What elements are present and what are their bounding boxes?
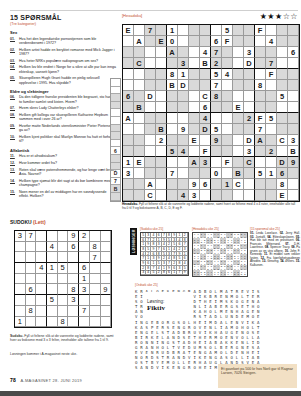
grid-cell[interactable] (288, 190, 299, 201)
grid-cell[interactable] (222, 80, 233, 91)
grid-cell[interactable]: A (167, 47, 178, 58)
grid-cell[interactable]: 3 (15, 231, 26, 242)
grid-cell[interactable] (266, 135, 277, 146)
grid-cell[interactable]: 4 (178, 190, 189, 201)
grid-cell[interactable]: D (244, 135, 255, 146)
grid-cell[interactable] (145, 47, 156, 58)
grid-cell[interactable] (266, 102, 277, 113)
grid-cell[interactable]: C (244, 157, 255, 168)
grid-cell[interactable] (68, 306, 79, 317)
grid-cell[interactable] (58, 231, 69, 242)
grid-cell[interactable] (79, 252, 90, 263)
grid-cell[interactable] (123, 58, 134, 69)
grid-cell[interactable]: F (255, 113, 266, 124)
grid-cell[interactable] (123, 69, 134, 80)
grid-cell[interactable] (156, 146, 167, 157)
grid-cell[interactable] (244, 36, 255, 47)
grid-cell[interactable] (244, 80, 255, 91)
grid-cell[interactable] (277, 80, 288, 91)
grid-cell[interactable] (211, 179, 222, 190)
grid-cell[interactable] (68, 263, 79, 274)
grid-cell[interactable] (145, 135, 156, 146)
grid-cell[interactable]: 6 (68, 242, 79, 253)
grid-cell[interactable] (189, 25, 200, 36)
grid-cell[interactable]: 7 (255, 124, 266, 135)
grid-cell[interactable] (211, 157, 222, 168)
grid-cell[interactable]: 9 (211, 135, 222, 146)
grid-cell[interactable] (36, 242, 47, 253)
grid-cell[interactable] (134, 124, 145, 135)
grid-cell[interactable]: B (200, 58, 211, 69)
grid-cell[interactable]: C (200, 91, 211, 102)
grid-cell[interactable] (167, 157, 178, 168)
grid-cell[interactable] (123, 36, 134, 47)
grid-cell[interactable]: 4 (200, 113, 211, 124)
grid-cell[interactable]: 8 (211, 91, 222, 102)
grid-cell[interactable] (134, 91, 145, 102)
grid-cell[interactable]: 8 (167, 69, 178, 80)
grid-cell[interactable]: 7 (79, 306, 90, 317)
grid-cell[interactable] (134, 168, 145, 179)
grid-cell[interactable] (47, 284, 58, 295)
grid-cell[interactable]: 5 (222, 25, 233, 36)
grid-cell[interactable]: B (288, 146, 299, 157)
grid-cell[interactable]: 3 (200, 157, 211, 168)
grid-cell[interactable]: C (134, 58, 145, 69)
grid-cell[interactable] (134, 69, 145, 80)
grid-cell[interactable] (233, 135, 244, 146)
grid-cell[interactable] (36, 284, 47, 295)
grid-cell[interactable] (288, 69, 299, 80)
grid-cell[interactable] (222, 91, 233, 102)
grid-cell[interactable] (189, 146, 200, 157)
grid-cell[interactable]: E (156, 36, 167, 47)
grid-cell[interactable]: 8 (90, 242, 101, 253)
grid-cell[interactable] (189, 113, 200, 124)
grid-cell[interactable]: 9 (101, 284, 112, 295)
grid-cell[interactable] (277, 124, 288, 135)
grid-cell[interactable]: 1 (79, 274, 90, 285)
grid-cell[interactable] (134, 80, 145, 91)
grid-cell[interactable] (178, 102, 189, 113)
grid-cell[interactable] (68, 252, 79, 263)
grid-cell[interactable] (189, 91, 200, 102)
grid-cell[interactable] (36, 252, 47, 263)
grid-cell[interactable]: F (222, 157, 233, 168)
grid-cell[interactable] (211, 146, 222, 157)
grid-cell[interactable]: 6 (200, 179, 211, 190)
grid-cell[interactable] (266, 179, 277, 190)
grid-cell[interactable] (288, 58, 299, 69)
grid-cell[interactable]: 3 (244, 146, 255, 157)
grid-cell[interactable]: D (277, 157, 288, 168)
grid-cell[interactable]: 8 (68, 284, 79, 295)
grid-cell[interactable] (36, 274, 47, 285)
grid-cell[interactable] (266, 80, 277, 91)
grid-cell[interactable] (123, 146, 134, 157)
grid-cell[interactable] (222, 146, 233, 157)
grid-cell[interactable]: 3 (79, 284, 90, 295)
grid-cell[interactable] (255, 179, 266, 190)
grid-cell[interactable] (134, 190, 145, 201)
grid-cell[interactable] (222, 47, 233, 58)
grid-cell[interactable] (58, 295, 69, 306)
grid-cell[interactable] (222, 58, 233, 69)
grid-cell[interactable] (244, 91, 255, 102)
grid-cell[interactable] (222, 102, 233, 113)
grid-cell[interactable] (178, 157, 189, 168)
grid-cell[interactable] (156, 47, 167, 58)
grid-cell[interactable]: 8 (255, 80, 266, 91)
grid-cell[interactable] (79, 295, 90, 306)
grid-cell[interactable]: 8 (58, 317, 69, 328)
grid-cell[interactable] (15, 295, 26, 306)
grid-cell[interactable] (145, 102, 156, 113)
grid-cell[interactable] (15, 263, 26, 274)
grid-cell[interactable] (145, 113, 156, 124)
grid-cell[interactable] (255, 47, 266, 58)
grid-cell[interactable]: 4 (36, 263, 47, 274)
grid-cell[interactable] (277, 69, 288, 80)
grid-cell[interactable] (189, 36, 200, 47)
grid-cell[interactable] (211, 113, 222, 124)
grid-cell[interactable]: A (123, 113, 134, 124)
grid-cell[interactable]: 7 (90, 252, 101, 263)
grid-cell[interactable]: 3 (288, 135, 299, 146)
grid-cell[interactable]: C (233, 179, 244, 190)
grid-cell[interactable] (277, 113, 288, 124)
grid-cell[interactable]: E (189, 135, 200, 146)
grid-cell[interactable] (167, 58, 178, 69)
grid-cell[interactable] (255, 69, 266, 80)
grid-cell[interactable]: 4 (222, 69, 233, 80)
grid-cell[interactable]: 6 (211, 36, 222, 47)
grid-cell[interactable] (15, 242, 26, 253)
grid-cell[interactable] (266, 124, 277, 135)
grid-cell[interactable] (101, 242, 112, 253)
grid-cell[interactable] (178, 36, 189, 47)
grid-cell[interactable] (123, 80, 134, 91)
grid-cell[interactable] (200, 25, 211, 36)
grid-cell[interactable] (134, 135, 145, 146)
grid-cell[interactable] (167, 91, 178, 102)
grid-cell[interactable]: 1 (222, 179, 233, 190)
grid-cell[interactable]: 1 (15, 317, 26, 328)
grid-cell[interactable] (58, 252, 69, 263)
grid-cell[interactable]: 5 (211, 124, 222, 135)
grid-cell[interactable] (288, 91, 299, 102)
grid-cell[interactable]: 3 (189, 190, 200, 201)
grid-cell[interactable] (58, 306, 69, 317)
grid-cell[interactable] (79, 242, 90, 253)
grid-cell[interactable] (233, 80, 244, 91)
grid-cell[interactable] (145, 124, 156, 135)
grid-cell[interactable] (178, 91, 189, 102)
grid-cell[interactable] (167, 102, 178, 113)
grid-cell[interactable]: B (167, 80, 178, 91)
grid-cell[interactable] (145, 80, 156, 91)
grid-cell[interactable]: 6 (200, 102, 211, 113)
grid-cell[interactable] (101, 263, 112, 274)
grid-cell[interactable] (36, 306, 47, 317)
grid-cell[interactable]: B (134, 102, 145, 113)
grid-cell[interactable]: 5 (58, 263, 69, 274)
grid-cell[interactable] (277, 102, 288, 113)
grid-cell[interactable] (47, 252, 58, 263)
grid-cell[interactable] (134, 25, 145, 36)
grid-cell[interactable]: 0 (211, 168, 222, 179)
grid-cell[interactable] (47, 231, 58, 242)
grid-cell[interactable] (288, 168, 299, 179)
grid-cell[interactable] (134, 179, 145, 190)
grid-cell[interactable] (255, 102, 266, 113)
grid-cell[interactable]: 4 (266, 36, 277, 47)
grid-cell[interactable] (244, 190, 255, 201)
grid-cell[interactable] (26, 242, 37, 253)
grid-cell[interactable]: 6 (79, 263, 90, 274)
grid-cell[interactable] (266, 25, 277, 36)
grid-cell[interactable] (255, 91, 266, 102)
grid-cell[interactable] (266, 47, 277, 58)
grid-cell[interactable] (101, 231, 112, 242)
grid-cell[interactable] (233, 190, 244, 201)
grid-cell[interactable] (178, 47, 189, 58)
grid-cell[interactable] (277, 146, 288, 157)
grid-cell[interactable] (167, 124, 178, 135)
grid-cell[interactable] (233, 157, 244, 168)
grid-cell[interactable] (47, 317, 58, 328)
grid-cell[interactable] (134, 47, 145, 58)
grid-cell[interactable] (211, 102, 222, 113)
grid-cell[interactable] (58, 274, 69, 285)
grid-cell[interactable] (145, 58, 156, 69)
grid-cell[interactable]: F (200, 146, 211, 157)
grid-cell[interactable] (266, 190, 277, 201)
grid-cell[interactable] (200, 168, 211, 179)
grid-cell[interactable] (68, 317, 79, 328)
grid-cell[interactable]: 1 (167, 25, 178, 36)
grid-cell[interactable] (233, 146, 244, 157)
grid-cell[interactable]: 8 (26, 306, 37, 317)
grid-cell[interactable]: 3 (178, 58, 189, 69)
grid-cell[interactable]: 0 (167, 36, 178, 47)
hexadoku-grid[interactable]: E715FAE06F4A4736C3B2D78154FBD786DC85B6EA… (122, 24, 300, 202)
grid-cell[interactable]: F (266, 69, 277, 80)
grid-cell[interactable]: 2 (244, 113, 255, 124)
grid-cell[interactable] (266, 157, 277, 168)
grid-cell[interactable] (233, 91, 244, 102)
grid-cell[interactable] (156, 69, 167, 80)
grid-cell[interactable] (167, 190, 178, 201)
grid-cell[interactable] (101, 274, 112, 285)
grid-cell[interactable]: C (145, 190, 156, 201)
grid-cell[interactable]: 2 (211, 58, 222, 69)
grid-cell[interactable] (244, 25, 255, 36)
grid-cell[interactable]: 3 (68, 295, 79, 306)
grid-cell[interactable]: 7 (26, 231, 37, 242)
grid-cell[interactable] (200, 190, 211, 201)
grid-cell[interactable] (156, 102, 167, 113)
grid-cell[interactable] (277, 47, 288, 58)
grid-cell[interactable] (288, 113, 299, 124)
grid-cell[interactable] (233, 58, 244, 69)
grid-cell[interactable] (145, 36, 156, 47)
grid-cell[interactable]: 2 (156, 135, 167, 146)
grid-cell[interactable] (178, 135, 189, 146)
grid-cell[interactable]: 3 (123, 168, 134, 179)
grid-cell[interactable] (134, 113, 145, 124)
grid-cell[interactable] (288, 36, 299, 47)
grid-cell[interactable] (200, 80, 211, 91)
grid-cell[interactable] (288, 25, 299, 36)
grid-cell[interactable] (255, 36, 266, 47)
grid-cell[interactable]: 3 (244, 47, 255, 58)
grid-cell[interactable] (233, 69, 244, 80)
grid-cell[interactable] (47, 306, 58, 317)
grid-cell[interactable]: A (134, 36, 145, 47)
grid-cell[interactable] (145, 168, 156, 179)
grid-cell[interactable] (123, 135, 134, 146)
grid-cell[interactable] (123, 179, 134, 190)
grid-cell[interactable] (15, 284, 26, 295)
grid-cell[interactable] (47, 274, 58, 285)
grid-cell[interactable] (68, 274, 79, 285)
grid-cell[interactable] (266, 91, 277, 102)
grid-cell[interactable] (178, 25, 189, 36)
grid-cell[interactable]: 6 (277, 168, 288, 179)
grid-cell[interactable] (156, 179, 167, 190)
grid-cell[interactable] (255, 190, 266, 201)
grid-cell[interactable]: 1 (266, 168, 277, 179)
grid-cell[interactable]: 8 (277, 179, 288, 190)
grid-cell[interactable]: E (123, 25, 134, 36)
grid-cell[interactable] (189, 80, 200, 91)
grid-cell[interactable] (288, 80, 299, 91)
grid-cell[interactable]: E (277, 190, 288, 201)
grid-cell[interactable] (156, 168, 167, 179)
grid-cell[interactable] (277, 25, 288, 36)
grid-cell[interactable] (255, 146, 266, 157)
grid-cell[interactable] (167, 179, 178, 190)
grid-cell[interactable] (90, 295, 101, 306)
grid-cell[interactable]: A (255, 135, 266, 146)
grid-cell[interactable] (123, 124, 134, 135)
grid-cell[interactable] (90, 284, 101, 295)
grid-cell[interactable] (145, 157, 156, 168)
grid-cell[interactable] (200, 135, 211, 146)
grid-cell[interactable] (15, 252, 26, 263)
grid-cell[interactable] (277, 36, 288, 47)
grid-cell[interactable]: 7 (211, 47, 222, 58)
grid-cell[interactable] (156, 91, 167, 102)
grid-cell[interactable]: D (200, 124, 211, 135)
grid-cell[interactable] (26, 274, 37, 285)
grid-cell[interactable]: 7 (266, 58, 277, 69)
grid-cell[interactable] (211, 190, 222, 201)
grid-cell[interactable] (244, 102, 255, 113)
grid-cell[interactable] (222, 113, 233, 124)
grid-cell[interactable] (222, 168, 233, 179)
grid-cell[interactable]: A (145, 179, 156, 190)
grid-cell[interactable] (189, 69, 200, 80)
grid-cell[interactable]: 5 (255, 168, 266, 179)
grid-cell[interactable] (222, 190, 233, 201)
grid-cell[interactable]: 2 (266, 146, 277, 157)
grid-cell[interactable] (36, 231, 47, 242)
grid-cell[interactable] (189, 102, 200, 113)
grid-cell[interactable] (101, 306, 112, 317)
grid-cell[interactable] (156, 58, 167, 69)
grid-cell[interactable] (189, 124, 200, 135)
grid-cell[interactable] (134, 146, 145, 157)
grid-cell[interactable] (222, 124, 233, 135)
grid-cell[interactable] (178, 168, 189, 179)
grid-cell[interactable] (233, 124, 244, 135)
grid-cell[interactable]: 5 (167, 146, 178, 157)
grid-cell[interactable] (101, 252, 112, 263)
grid-cell[interactable]: 4 (200, 47, 211, 58)
grid-cell[interactable] (211, 25, 222, 36)
grid-cell[interactable] (222, 135, 233, 146)
grid-cell[interactable] (156, 113, 167, 124)
grid-cell[interactable]: 7 (211, 80, 222, 91)
grid-cell[interactable] (101, 317, 112, 328)
grid-cell[interactable]: 5 (47, 295, 58, 306)
grid-cell[interactable]: 4 (47, 242, 58, 253)
grid-cell[interactable] (167, 135, 178, 146)
sudoku-grid[interactable]: 37924687415616839538718 (14, 230, 112, 328)
grid-cell[interactable]: 9 (189, 179, 200, 190)
grid-cell[interactable] (156, 157, 167, 168)
grid-cell[interactable]: C (277, 135, 288, 146)
grid-cell[interactable]: 7 (145, 25, 156, 36)
grid-cell[interactable] (200, 36, 211, 47)
grid-cell[interactable]: B (156, 124, 167, 135)
grid-cell[interactable]: 2 (79, 231, 90, 242)
grid-cell[interactable] (244, 179, 255, 190)
grid-cell[interactable] (288, 102, 299, 113)
grid-cell[interactable] (167, 113, 178, 124)
grid-cell[interactable] (145, 146, 156, 157)
grid-cell[interactable] (90, 274, 101, 285)
grid-cell[interactable] (244, 69, 255, 80)
grid-cell[interactable] (200, 69, 211, 80)
grid-cell[interactable]: 9 (68, 231, 79, 242)
grid-cell[interactable] (15, 274, 26, 285)
grid-cell[interactable] (26, 317, 37, 328)
grid-cell[interactable]: D (145, 91, 156, 102)
grid-cell[interactable] (26, 295, 37, 306)
grid-cell[interactable] (178, 179, 189, 190)
grid-cell[interactable]: D (178, 80, 189, 91)
grid-cell[interactable] (189, 168, 200, 179)
grid-cell[interactable]: E (134, 157, 145, 168)
grid-cell[interactable] (189, 47, 200, 58)
grid-cell[interactable] (288, 124, 299, 135)
grid-cell[interactable] (90, 263, 101, 274)
grid-cell[interactable] (178, 113, 189, 124)
grid-cell[interactable] (123, 47, 134, 58)
grid-cell[interactable]: 6 (288, 47, 299, 58)
grid-cell[interactable]: 7 (167, 168, 178, 179)
grid-cell[interactable]: B (233, 168, 244, 179)
grid-cell[interactable]: 6 (26, 284, 37, 295)
grid-cell[interactable] (255, 58, 266, 69)
grid-cell[interactable]: 9 (288, 157, 299, 168)
grid-cell[interactable] (36, 317, 47, 328)
grid-cell[interactable] (244, 124, 255, 135)
grid-cell[interactable] (90, 317, 101, 328)
